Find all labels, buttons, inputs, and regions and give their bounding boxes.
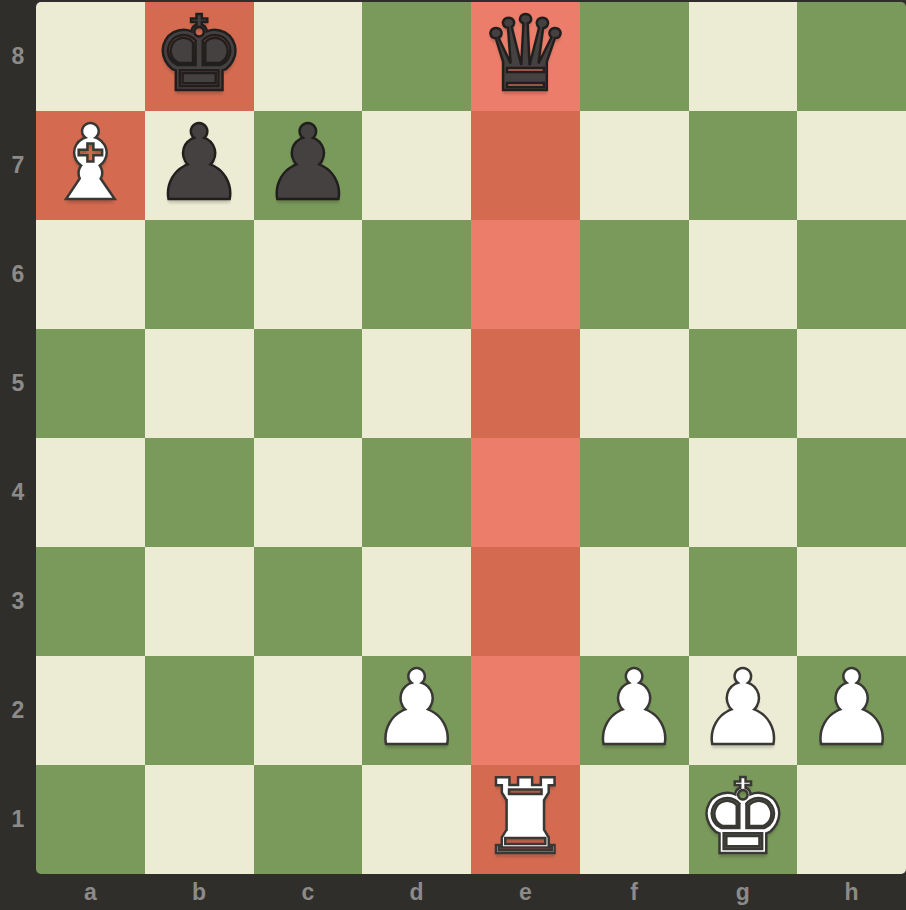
square-a1[interactable] <box>36 765 145 874</box>
square-h2[interactable]: ♟ <box>797 656 906 765</box>
square-g4[interactable] <box>689 438 798 547</box>
square-f6[interactable] <box>580 220 689 329</box>
piece-black-pawn[interactable]: ♟ <box>261 111 354 215</box>
square-h3[interactable] <box>797 547 906 656</box>
square-b5[interactable] <box>145 329 254 438</box>
rank-label-6: 6 <box>0 220 36 329</box>
square-f7[interactable] <box>580 111 689 220</box>
square-f2[interactable]: ♟ <box>580 656 689 765</box>
square-f5[interactable] <box>580 329 689 438</box>
piece-black-king[interactable]: ♚ <box>153 2 246 106</box>
rank-label-2: 2 <box>0 656 36 765</box>
square-e8[interactable]: ♛ <box>471 2 580 111</box>
square-b6[interactable] <box>145 220 254 329</box>
file-label-c: c <box>254 874 363 910</box>
square-c5[interactable] <box>254 329 363 438</box>
piece-black-queen[interactable]: ♛ <box>479 2 572 106</box>
square-g8[interactable] <box>689 2 798 111</box>
square-h5[interactable] <box>797 329 906 438</box>
square-d3[interactable] <box>362 547 471 656</box>
square-c1[interactable] <box>254 765 363 874</box>
square-h8[interactable] <box>797 2 906 111</box>
square-h6[interactable] <box>797 220 906 329</box>
piece-white-rook[interactable]: ♜ <box>479 765 572 869</box>
piece-white-pawn[interactable]: ♟ <box>588 656 681 760</box>
square-c7[interactable]: ♟ <box>254 111 363 220</box>
square-g3[interactable] <box>689 547 798 656</box>
file-label-b: b <box>145 874 254 910</box>
square-d5[interactable] <box>362 329 471 438</box>
square-e7[interactable] <box>471 111 580 220</box>
piece-white-bishop[interactable]: ♝ <box>44 111 137 215</box>
square-b4[interactable] <box>145 438 254 547</box>
rank-labels: 87654321 <box>0 2 36 874</box>
square-g1[interactable]: ♚ <box>689 765 798 874</box>
square-c6[interactable] <box>254 220 363 329</box>
square-d8[interactable] <box>362 2 471 111</box>
square-e2[interactable] <box>471 656 580 765</box>
square-h4[interactable] <box>797 438 906 547</box>
piece-white-king[interactable]: ♚ <box>696 765 789 869</box>
file-label-g: g <box>689 874 798 910</box>
square-a8[interactable] <box>36 2 145 111</box>
square-g6[interactable] <box>689 220 798 329</box>
piece-white-pawn[interactable]: ♟ <box>805 656 898 760</box>
file-label-a: a <box>36 874 145 910</box>
square-g5[interactable] <box>689 329 798 438</box>
file-label-d: d <box>362 874 471 910</box>
file-label-f: f <box>580 874 689 910</box>
square-b1[interactable] <box>145 765 254 874</box>
square-e3[interactable] <box>471 547 580 656</box>
square-b3[interactable] <box>145 547 254 656</box>
square-a3[interactable] <box>36 547 145 656</box>
square-d7[interactable] <box>362 111 471 220</box>
square-h1[interactable] <box>797 765 906 874</box>
rank-label-4: 4 <box>0 438 36 547</box>
rank-label-7: 7 <box>0 111 36 220</box>
piece-white-pawn[interactable]: ♟ <box>370 656 463 760</box>
square-d6[interactable] <box>362 220 471 329</box>
square-f1[interactable] <box>580 765 689 874</box>
file-label-e: e <box>471 874 580 910</box>
square-e6[interactable] <box>471 220 580 329</box>
square-f8[interactable] <box>580 2 689 111</box>
rank-label-5: 5 <box>0 329 36 438</box>
square-a6[interactable] <box>36 220 145 329</box>
square-c3[interactable] <box>254 547 363 656</box>
piece-black-pawn[interactable]: ♟ <box>153 111 246 215</box>
square-d1[interactable] <box>362 765 471 874</box>
square-b7[interactable]: ♟ <box>145 111 254 220</box>
square-g7[interactable] <box>689 111 798 220</box>
rank-label-8: 8 <box>0 2 36 111</box>
square-e1[interactable]: ♜ <box>471 765 580 874</box>
square-a2[interactable] <box>36 656 145 765</box>
square-a5[interactable] <box>36 329 145 438</box>
rank-label-3: 3 <box>0 547 36 656</box>
square-f4[interactable] <box>580 438 689 547</box>
square-g2[interactable]: ♟ <box>689 656 798 765</box>
square-c8[interactable] <box>254 2 363 111</box>
square-d2[interactable]: ♟ <box>362 656 471 765</box>
piece-white-pawn[interactable]: ♟ <box>696 656 789 760</box>
file-labels: abcdefgh <box>36 874 906 910</box>
square-e5[interactable] <box>471 329 580 438</box>
square-c2[interactable] <box>254 656 363 765</box>
rank-label-1: 1 <box>0 765 36 874</box>
square-a4[interactable] <box>36 438 145 547</box>
square-b8[interactable]: ♚ <box>145 2 254 111</box>
square-d4[interactable] <box>362 438 471 547</box>
square-b2[interactable] <box>145 656 254 765</box>
square-a7[interactable]: ♝ <box>36 111 145 220</box>
chess-board: ♚♛♝♟♟♟♟♟♟♜♚ <box>36 2 906 874</box>
square-e4[interactable] <box>471 438 580 547</box>
square-c4[interactable] <box>254 438 363 547</box>
file-label-h: h <box>797 874 906 910</box>
square-f3[interactable] <box>580 547 689 656</box>
square-h7[interactable] <box>797 111 906 220</box>
